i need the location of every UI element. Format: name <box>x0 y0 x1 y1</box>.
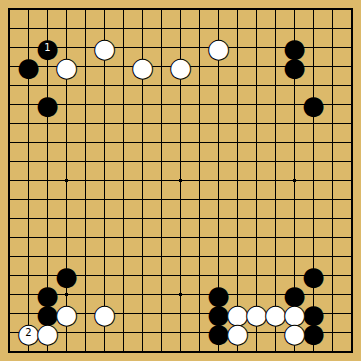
black-stone-glyph: ● <box>302 263 325 289</box>
black-stone[interactable]: ● <box>38 95 57 114</box>
white-stone-glyph: ● <box>169 54 192 80</box>
black-stone-glyph: ● <box>36 92 59 118</box>
white-stone-glyph: ● <box>93 35 116 61</box>
black-stone-glyph: ● <box>17 54 40 80</box>
white-stone[interactable]: ● <box>95 38 114 57</box>
go-board[interactable]: ●1●●●●●●●●●●●●●●●●●●●●●●●2●●●●●●● <box>0 0 361 361</box>
white-stone[interactable]: ● <box>209 38 228 57</box>
white-stone-glyph: ● <box>93 301 116 327</box>
black-stone[interactable]: ● <box>19 57 38 76</box>
white-stone-glyph: ● <box>226 320 249 346</box>
white-stone[interactable]: ● <box>228 323 247 342</box>
move-number-label: 2 <box>19 323 38 342</box>
white-stone[interactable]: ● <box>38 323 57 342</box>
black-stone[interactable]: ● <box>304 95 323 114</box>
black-stone[interactable]: ●1 <box>38 38 57 57</box>
white-stone-glyph: ● <box>55 54 78 80</box>
white-stone[interactable]: ● <box>247 304 266 323</box>
black-stone[interactable]: ● <box>209 323 228 342</box>
black-stone-glyph: ● <box>283 54 306 80</box>
white-stone[interactable]: ● <box>285 323 304 342</box>
white-stone[interactable]: ● <box>133 57 152 76</box>
white-stone[interactable]: ● <box>57 304 76 323</box>
white-stone[interactable]: ● <box>57 57 76 76</box>
stones-layer: ●1●●●●●●●●●●●●●●●●●●●●●●●2●●●●●●● <box>0 0 361 361</box>
white-stone-glyph: ● <box>207 35 230 61</box>
black-stone[interactable]: ● <box>57 266 76 285</box>
white-stone-glyph: ● <box>131 54 154 80</box>
white-stone[interactable]: ● <box>95 304 114 323</box>
black-stone-glyph: ● <box>302 92 325 118</box>
white-stone[interactable]: ● <box>266 304 285 323</box>
white-stone-glyph: ● <box>283 320 306 346</box>
white-stone[interactable]: ● <box>171 57 190 76</box>
move-number-label: 1 <box>38 38 57 57</box>
black-stone[interactable]: ● <box>285 57 304 76</box>
white-stone-glyph: ● <box>36 320 59 346</box>
white-stone[interactable]: ●2 <box>19 323 38 342</box>
black-stone[interactable]: ● <box>304 323 323 342</box>
black-stone[interactable]: ● <box>304 266 323 285</box>
